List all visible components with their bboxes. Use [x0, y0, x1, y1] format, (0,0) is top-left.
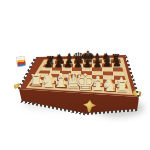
- cutout-checker-edge: [21, 100, 87, 115]
- cutout-edge-artifacts: [0, 0, 150, 150]
- cutout-checker-edge: [18, 57, 37, 90]
- cutout-checker-edge: [125, 56, 140, 98]
- cutout-checker-edge: [87, 109, 137, 115]
- chess-set-photo: ♜♞♝♛♚♝♞♜♟♟♟♟♟♟♟♟♟♟♟♟♟♟♟♟♜♞♝♛♚♝♞♜: [0, 0, 150, 150]
